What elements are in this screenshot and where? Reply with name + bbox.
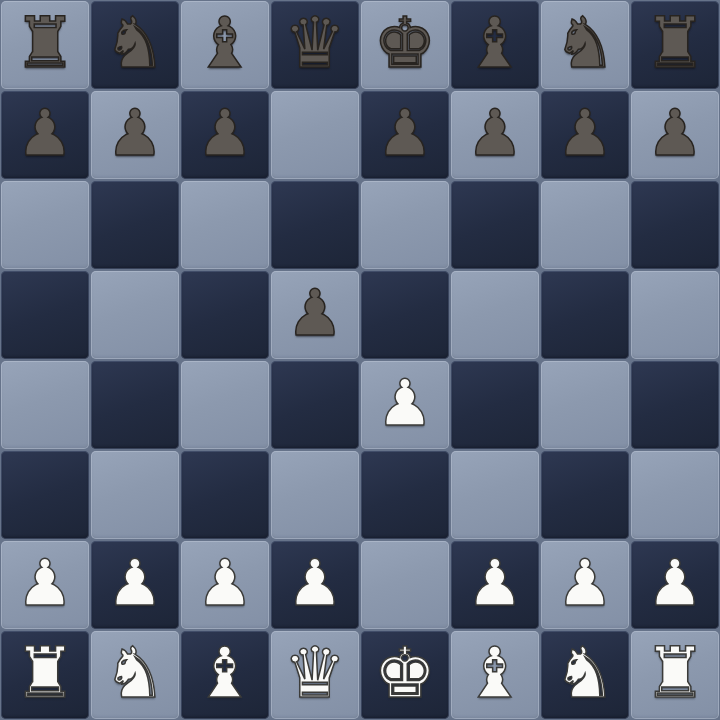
square-a4[interactable] — [0, 360, 90, 450]
white-pawn[interactable]: ♟ — [180, 540, 270, 630]
light-square-tile — [91, 271, 179, 359]
square-b1[interactable]: ♞ — [90, 630, 180, 720]
black-bishop[interactable]: ♝ — [180, 0, 270, 90]
square-g3[interactable] — [540, 450, 630, 540]
dark-square-tile — [91, 181, 179, 269]
square-c5[interactable] — [180, 270, 270, 360]
square-h3[interactable] — [630, 450, 720, 540]
dark-square-tile — [451, 361, 539, 449]
white-rook[interactable]: ♜ — [630, 630, 720, 720]
black-pawn[interactable]: ♟ — [630, 90, 720, 180]
square-a1[interactable]: ♜ — [0, 630, 90, 720]
light-square-tile — [541, 181, 629, 269]
square-c3[interactable] — [180, 450, 270, 540]
dark-square-tile — [1, 271, 89, 359]
black-pawn[interactable]: ♟ — [90, 90, 180, 180]
white-bishop[interactable]: ♝ — [180, 630, 270, 720]
square-b3[interactable] — [90, 450, 180, 540]
square-e5[interactable] — [360, 270, 450, 360]
square-a3[interactable] — [0, 450, 90, 540]
white-pawn[interactable]: ♟ — [360, 360, 450, 450]
square-g1[interactable]: ♞ — [540, 630, 630, 720]
square-b2[interactable]: ♟ — [90, 540, 180, 630]
square-a6[interactable] — [0, 180, 90, 270]
white-pawn[interactable]: ♟ — [270, 540, 360, 630]
dark-square-tile — [181, 271, 269, 359]
square-h6[interactable] — [630, 180, 720, 270]
square-e2[interactable] — [360, 540, 450, 630]
square-a8[interactable]: ♜ — [0, 0, 90, 90]
square-d8[interactable]: ♛ — [270, 0, 360, 90]
square-e8[interactable]: ♚ — [360, 0, 450, 90]
white-queen[interactable]: ♛ — [270, 630, 360, 720]
light-square-tile — [361, 541, 449, 629]
light-square-tile — [631, 271, 719, 359]
square-f7[interactable]: ♟ — [450, 90, 540, 180]
square-c2[interactable]: ♟ — [180, 540, 270, 630]
square-c8[interactable]: ♝ — [180, 0, 270, 90]
light-square-tile — [271, 91, 359, 179]
square-h8[interactable]: ♜ — [630, 0, 720, 90]
square-f1[interactable]: ♝ — [450, 630, 540, 720]
square-e7[interactable]: ♟ — [360, 90, 450, 180]
square-b6[interactable] — [90, 180, 180, 270]
square-f2[interactable]: ♟ — [450, 540, 540, 630]
square-d2[interactable]: ♟ — [270, 540, 360, 630]
square-c7[interactable]: ♟ — [180, 90, 270, 180]
dark-square-tile — [181, 451, 269, 539]
light-square-tile — [631, 451, 719, 539]
square-g4[interactable] — [540, 360, 630, 450]
square-a7[interactable]: ♟ — [0, 90, 90, 180]
square-f6[interactable] — [450, 180, 540, 270]
black-knight[interactable]: ♞ — [90, 0, 180, 90]
black-pawn[interactable]: ♟ — [180, 90, 270, 180]
square-a2[interactable]: ♟ — [0, 540, 90, 630]
dark-square-tile — [361, 271, 449, 359]
square-b5[interactable] — [90, 270, 180, 360]
square-e1[interactable]: ♚ — [360, 630, 450, 720]
square-f5[interactable] — [450, 270, 540, 360]
dark-square-tile — [631, 361, 719, 449]
square-e6[interactable] — [360, 180, 450, 270]
light-square-tile — [91, 451, 179, 539]
light-square-tile — [181, 361, 269, 449]
white-knight[interactable]: ♞ — [540, 630, 630, 720]
square-g8[interactable]: ♞ — [540, 0, 630, 90]
white-pawn[interactable]: ♟ — [0, 540, 90, 630]
dark-square-tile — [91, 361, 179, 449]
light-square-tile — [271, 451, 359, 539]
black-pawn[interactable]: ♟ — [360, 90, 450, 180]
square-h7[interactable]: ♟ — [630, 90, 720, 180]
square-b7[interactable]: ♟ — [90, 90, 180, 180]
square-d5[interactable]: ♟ — [270, 270, 360, 360]
square-d6[interactable] — [270, 180, 360, 270]
black-pawn[interactable]: ♟ — [0, 90, 90, 180]
square-c1[interactable]: ♝ — [180, 630, 270, 720]
square-e4[interactable]: ♟ — [360, 360, 450, 450]
white-rook[interactable]: ♜ — [0, 630, 90, 720]
square-g6[interactable] — [540, 180, 630, 270]
square-a5[interactable] — [0, 270, 90, 360]
light-square-tile — [361, 181, 449, 269]
dark-square-tile — [361, 451, 449, 539]
square-g7[interactable]: ♟ — [540, 90, 630, 180]
square-b8[interactable]: ♞ — [90, 0, 180, 90]
black-pawn[interactable]: ♟ — [450, 90, 540, 180]
square-f3[interactable] — [450, 450, 540, 540]
square-c4[interactable] — [180, 360, 270, 450]
dark-square-tile — [451, 181, 539, 269]
square-h1[interactable]: ♜ — [630, 630, 720, 720]
square-d1[interactable]: ♛ — [270, 630, 360, 720]
chess-board: ♜♞♝♛♚♝♞♜♟♟♟♟♟♟♟♟♟♟♟♟♟♟♟♟♜♞♝♛♚♝♞♜ — [0, 0, 720, 720]
light-square-tile — [451, 271, 539, 359]
light-square-tile — [1, 181, 89, 269]
square-h2[interactable]: ♟ — [630, 540, 720, 630]
white-pawn[interactable]: ♟ — [630, 540, 720, 630]
dark-square-tile — [541, 451, 629, 539]
light-square-tile — [541, 361, 629, 449]
square-h5[interactable] — [630, 270, 720, 360]
black-queen[interactable]: ♛ — [270, 0, 360, 90]
square-b4[interactable] — [90, 360, 180, 450]
black-king[interactable]: ♚ — [360, 0, 450, 90]
dark-square-tile — [631, 181, 719, 269]
white-king[interactable]: ♚ — [360, 630, 450, 720]
square-h4[interactable] — [630, 360, 720, 450]
black-rook[interactable]: ♜ — [630, 0, 720, 90]
black-pawn[interactable]: ♟ — [540, 90, 630, 180]
square-d4[interactable] — [270, 360, 360, 450]
square-d7[interactable] — [270, 90, 360, 180]
white-knight[interactable]: ♞ — [90, 630, 180, 720]
square-g5[interactable] — [540, 270, 630, 360]
black-knight[interactable]: ♞ — [540, 0, 630, 90]
square-f4[interactable] — [450, 360, 540, 450]
light-square-tile — [451, 451, 539, 539]
square-g2[interactable]: ♟ — [540, 540, 630, 630]
square-d3[interactable] — [270, 450, 360, 540]
dark-square-tile — [271, 361, 359, 449]
dark-square-tile — [541, 271, 629, 359]
white-pawn[interactable]: ♟ — [540, 540, 630, 630]
black-rook[interactable]: ♜ — [0, 0, 90, 90]
dark-square-tile — [271, 181, 359, 269]
square-e3[interactable] — [360, 450, 450, 540]
white-pawn[interactable]: ♟ — [450, 540, 540, 630]
dark-square-tile — [1, 451, 89, 539]
light-square-tile — [1, 361, 89, 449]
light-square-tile — [181, 181, 269, 269]
white-bishop[interactable]: ♝ — [450, 630, 540, 720]
square-f8[interactable]: ♝ — [450, 0, 540, 90]
black-bishop[interactable]: ♝ — [450, 0, 540, 90]
square-c6[interactable] — [180, 180, 270, 270]
black-pawn[interactable]: ♟ — [270, 270, 360, 360]
white-pawn[interactable]: ♟ — [90, 540, 180, 630]
